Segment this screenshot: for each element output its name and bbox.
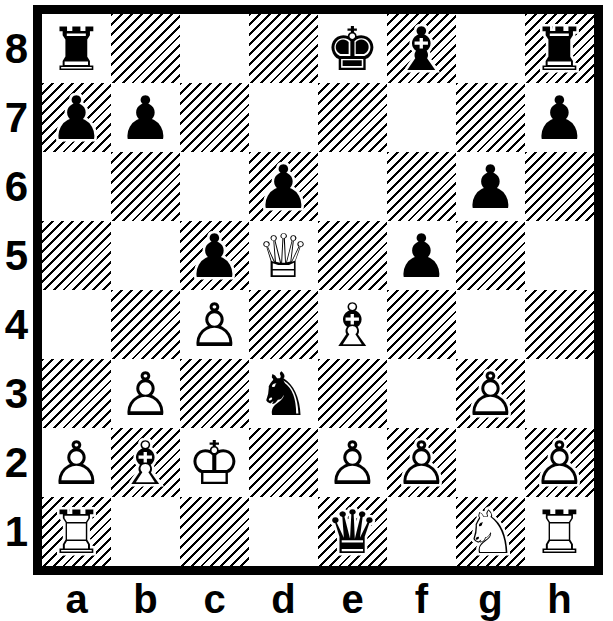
- square-g7[interactable]: [456, 83, 525, 152]
- square-d8[interactable]: [249, 14, 318, 83]
- square-c7[interactable]: [180, 83, 249, 152]
- chess-diagram-page: 87654321 ♜♜♚♚♝♝♜♜♟♟♟♟♟♟♟♟♟♟♟♟♛♕♟♟♟♙♝♗♟♙♞…: [0, 0, 613, 621]
- square-d5[interactable]: ♛♕: [249, 221, 318, 290]
- square-g8[interactable]: [456, 14, 525, 83]
- piece-white-pawn-a2[interactable]: ♙: [50, 433, 104, 493]
- square-b4[interactable]: [111, 290, 180, 359]
- square-d4[interactable]: [249, 290, 318, 359]
- rank-label-8: 8: [0, 14, 33, 83]
- piece-black-bishop-f8[interactable]: ♝: [395, 19, 449, 79]
- piece-white-queen-d5[interactable]: ♕: [257, 226, 311, 286]
- square-e2[interactable]: ♟♙: [318, 428, 387, 497]
- square-a6[interactable]: [42, 152, 111, 221]
- square-h3[interactable]: [525, 359, 594, 428]
- square-d7[interactable]: [249, 83, 318, 152]
- rank-label-2: 2: [0, 428, 33, 497]
- piece-white-bishop-b2[interactable]: ♗: [119, 433, 173, 493]
- square-d2[interactable]: [249, 428, 318, 497]
- piece-white-pawn-e2[interactable]: ♙: [326, 433, 380, 493]
- square-e5[interactable]: [318, 221, 387, 290]
- rank-label-6: 6: [0, 152, 33, 221]
- file-label-b: b: [111, 575, 180, 621]
- square-c3[interactable]: [180, 359, 249, 428]
- rank-labels: 87654321: [0, 5, 33, 575]
- square-f4[interactable]: [387, 290, 456, 359]
- square-f7[interactable]: [387, 83, 456, 152]
- piece-black-pawn-b7[interactable]: ♟: [119, 88, 173, 148]
- piece-white-rook-h1[interactable]: ♖: [533, 502, 587, 562]
- square-d6[interactable]: ♟♟: [249, 152, 318, 221]
- piece-black-pawn-f5[interactable]: ♟: [395, 226, 449, 286]
- square-c2[interactable]: ♚♔: [180, 428, 249, 497]
- square-g3[interactable]: ♟♙: [456, 359, 525, 428]
- file-label-g: g: [456, 575, 525, 621]
- piece-white-pawn-h2[interactable]: ♙: [533, 433, 587, 493]
- square-g2[interactable]: [456, 428, 525, 497]
- piece-black-pawn-h7[interactable]: ♟: [533, 88, 587, 148]
- piece-black-knight-d3[interactable]: ♞: [257, 364, 311, 424]
- piece-black-queen-e1[interactable]: ♛: [326, 502, 380, 562]
- square-b6[interactable]: [111, 152, 180, 221]
- piece-black-pawn-g6[interactable]: ♟: [464, 157, 518, 217]
- file-label-h: h: [525, 575, 594, 621]
- square-a3[interactable]: [42, 359, 111, 428]
- square-e3[interactable]: [318, 359, 387, 428]
- square-e4[interactable]: ♝♗: [318, 290, 387, 359]
- square-c5[interactable]: ♟♟: [180, 221, 249, 290]
- square-g5[interactable]: [456, 221, 525, 290]
- square-f3[interactable]: [387, 359, 456, 428]
- square-b8[interactable]: [111, 14, 180, 83]
- square-h7[interactable]: ♟♟: [525, 83, 594, 152]
- square-a1[interactable]: ♜♖: [42, 497, 111, 566]
- square-h1[interactable]: ♜♖: [525, 497, 594, 566]
- square-c8[interactable]: [180, 14, 249, 83]
- rank-label-1: 1: [0, 497, 33, 566]
- piece-white-bishop-e4[interactable]: ♗: [326, 295, 380, 355]
- piece-white-pawn-c4[interactable]: ♙: [188, 295, 242, 355]
- square-b7[interactable]: ♟♟: [111, 83, 180, 152]
- square-f5[interactable]: ♟♟: [387, 221, 456, 290]
- square-e6[interactable]: [318, 152, 387, 221]
- square-b5[interactable]: [111, 221, 180, 290]
- square-f2[interactable]: ♟♙: [387, 428, 456, 497]
- square-a8[interactable]: ♜♜: [42, 14, 111, 83]
- square-f1[interactable]: [387, 497, 456, 566]
- square-c6[interactable]: [180, 152, 249, 221]
- square-a5[interactable]: [42, 221, 111, 290]
- rank-label-7: 7: [0, 83, 33, 152]
- file-labels: abcdefgh: [33, 575, 603, 621]
- square-a2[interactable]: ♟♙: [42, 428, 111, 497]
- square-g6[interactable]: ♟♟: [456, 152, 525, 221]
- piece-black-rook-a8[interactable]: ♜: [50, 19, 104, 79]
- square-a4[interactable]: [42, 290, 111, 359]
- file-label-f: f: [387, 575, 456, 621]
- square-b1[interactable]: [111, 497, 180, 566]
- square-f6[interactable]: [387, 152, 456, 221]
- piece-black-pawn-a7[interactable]: ♟: [50, 88, 104, 148]
- rank-label-4: 4: [0, 290, 33, 359]
- file-label-a: a: [42, 575, 111, 621]
- piece-white-pawn-g3[interactable]: ♙: [464, 364, 518, 424]
- square-h4[interactable]: [525, 290, 594, 359]
- chessboard: ♜♜♚♚♝♝♜♜♟♟♟♟♟♟♟♟♟♟♟♟♛♕♟♟♟♙♝♗♟♙♞♞♟♙♟♙♝♗♚♔…: [33, 5, 603, 575]
- square-g4[interactable]: [456, 290, 525, 359]
- rank-label-3: 3: [0, 359, 33, 428]
- square-h8[interactable]: ♜♜: [525, 14, 594, 83]
- square-d3[interactable]: ♞♞: [249, 359, 318, 428]
- square-e8[interactable]: ♚♚: [318, 14, 387, 83]
- piece-white-pawn-b3[interactable]: ♙: [119, 364, 173, 424]
- square-e7[interactable]: [318, 83, 387, 152]
- file-label-d: d: [249, 575, 318, 621]
- piece-white-king-c2[interactable]: ♔: [188, 433, 242, 493]
- rank-label-5: 5: [0, 221, 33, 290]
- diagram-layout: 87654321 ♜♜♚♚♝♝♜♜♟♟♟♟♟♟♟♟♟♟♟♟♛♕♟♟♟♙♝♗♟♙♞…: [0, 5, 603, 621]
- square-h6[interactable]: [525, 152, 594, 221]
- square-f8[interactable]: ♝♝: [387, 14, 456, 83]
- piece-white-rook-a1[interactable]: ♖: [50, 502, 104, 562]
- square-c4[interactable]: ♟♙: [180, 290, 249, 359]
- square-b3[interactable]: ♟♙: [111, 359, 180, 428]
- square-h5[interactable]: [525, 221, 594, 290]
- piece-black-rook-h8[interactable]: ♜: [533, 19, 587, 79]
- square-g1[interactable]: ♞♘: [456, 497, 525, 566]
- piece-white-pawn-f2[interactable]: ♙: [395, 433, 449, 493]
- piece-white-knight-g1[interactable]: ♘: [464, 502, 518, 562]
- square-e1[interactable]: ♛♛: [318, 497, 387, 566]
- square-b2[interactable]: ♝♗: [111, 428, 180, 497]
- piece-black-king-e8[interactable]: ♚: [326, 19, 380, 79]
- square-h2[interactable]: ♟♙: [525, 428, 594, 497]
- piece-black-pawn-c5[interactable]: ♟: [188, 226, 242, 286]
- file-label-c: c: [180, 575, 249, 621]
- square-d1[interactable]: [249, 497, 318, 566]
- file-label-e: e: [318, 575, 387, 621]
- piece-black-pawn-d6[interactable]: ♟: [257, 157, 311, 217]
- square-c1[interactable]: [180, 497, 249, 566]
- square-a7[interactable]: ♟♟: [42, 83, 111, 152]
